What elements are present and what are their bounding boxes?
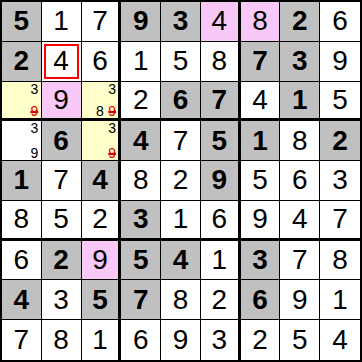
cell-value: 5 — [173, 47, 189, 75]
cell-value: 4 — [133, 127, 149, 155]
cell-r9c6[interactable]: 3 — [201, 320, 241, 360]
cell-value: 1 — [14, 166, 30, 194]
cell-value: 5 — [211, 127, 227, 155]
cell-r9c1[interactable]: 7 — [2, 320, 42, 360]
candidate-9-struck: 9 — [106, 146, 118, 160]
candidate-8: 8 — [94, 104, 106, 118]
cell-value: 8 — [332, 246, 348, 274]
cell-r7c5[interactable]: 4 — [161, 241, 201, 281]
cell-r4c9[interactable]: 2 — [320, 121, 360, 161]
cell-value: 8 — [211, 47, 227, 75]
cell-value: 5 — [332, 86, 348, 114]
cell-value: 2 — [252, 326, 268, 354]
candidate-3: 3 — [28, 121, 41, 135]
cell-value: 8 — [252, 7, 268, 35]
cell-value: 5 — [14, 7, 30, 35]
cell-value: 3 — [211, 326, 227, 354]
cell-value: 4 — [173, 246, 189, 274]
cell-value: 9 — [133, 7, 149, 35]
pencil-marks: 39 — [82, 121, 119, 160]
cell-r6c3[interactable]: 2 — [82, 201, 122, 241]
cell-value: 9 — [211, 166, 227, 194]
cell-r3c7[interactable]: 4 — [241, 82, 281, 122]
cell-r1c4[interactable]: 9 — [121, 2, 161, 42]
cell-value: 6 — [211, 205, 227, 233]
cell-r7c1[interactable]: 6 — [2, 241, 42, 281]
candidate-9: 9 — [28, 146, 41, 160]
cell-r2c8[interactable]: 3 — [280, 42, 320, 82]
cell-r1c7[interactable]: 8 — [241, 2, 281, 42]
cell-r8c1[interactable]: 4 — [2, 280, 42, 320]
cell-r7c3[interactable]: 9 — [82, 241, 122, 281]
cell-value: 7 — [92, 7, 108, 35]
cell-r2c9[interactable]: 9 — [320, 42, 360, 82]
cell-value: 1 — [133, 47, 149, 75]
cell-value: 3 — [53, 286, 69, 314]
cell-r6c6[interactable]: 6 — [201, 201, 241, 241]
cell-r6c4[interactable]: 3 — [121, 201, 161, 241]
cell-r5c7[interactable]: 5 — [241, 161, 281, 201]
cell-value: 8 — [173, 286, 189, 314]
cell-value: 6 — [133, 326, 149, 354]
cell-r5c5[interactable]: 2 — [161, 161, 201, 201]
pencil-marks: 39 — [2, 82, 41, 119]
cell-value: 9 — [252, 205, 268, 233]
sudoku-board: 5179348262461587393993892674153963947518… — [0, 0, 362, 362]
cell-r7c7[interactable]: 3 — [241, 241, 281, 281]
cell-value: 2 — [173, 166, 189, 194]
cell-value: 6 — [53, 127, 69, 155]
candidate-3: 3 — [28, 82, 41, 96]
cell-r1c1[interactable]: 5 — [2, 2, 42, 42]
cell-value: 4 — [53, 47, 69, 75]
cell-r9c9[interactable]: 4 — [320, 320, 360, 360]
cell-r9c4[interactable]: 6 — [121, 320, 161, 360]
cell-r8c2[interactable]: 3 — [42, 280, 82, 320]
cell-r9c3[interactable]: 1 — [82, 320, 122, 360]
cell-r5c6[interactable]: 9 — [201, 161, 241, 201]
cell-r2c5[interactable]: 5 — [161, 42, 201, 82]
cell-r3c5[interactable]: 6 — [161, 82, 201, 122]
cell-r1c3[interactable]: 7 — [82, 2, 122, 42]
cell-value: 4 — [211, 7, 227, 35]
cell-r9c5[interactable]: 9 — [161, 320, 201, 360]
cell-value: 4 — [332, 326, 348, 354]
cell-value: 4 — [252, 86, 268, 114]
cell-value: 2 — [14, 47, 30, 75]
candidate-9-struck: 9 — [28, 104, 41, 118]
cell-value: 8 — [133, 166, 149, 194]
cell-value: 9 — [173, 326, 189, 354]
cell-value: 6 — [292, 166, 308, 194]
cell-r6c2[interactable]: 5 — [42, 201, 82, 241]
cell-value: 1 — [252, 127, 268, 155]
cell-value: 1 — [53, 7, 69, 35]
cell-value: 9 — [292, 286, 308, 314]
cell-value: 7 — [332, 205, 348, 233]
cell-r5c3[interactable]: 4 — [82, 161, 122, 201]
cell-r6c7[interactable]: 9 — [241, 201, 281, 241]
cell-r8c9[interactable]: 1 — [320, 280, 360, 320]
cell-value: 3 — [292, 47, 308, 75]
cell-r7c9[interactable]: 8 — [320, 241, 360, 281]
cell-r4c4[interactable]: 4 — [121, 121, 161, 161]
cell-r8c7[interactable]: 6 — [241, 280, 281, 320]
cell-value: 5 — [133, 246, 149, 274]
cell-r4c6[interactable]: 5 — [201, 121, 241, 161]
cell-value: 6 — [92, 47, 108, 75]
cell-value: 4 — [92, 166, 108, 194]
cell-value: 5 — [292, 326, 308, 354]
cell-r6c1[interactable]: 8 — [2, 201, 42, 241]
cell-value: 3 — [133, 205, 149, 233]
cell-r7c2[interactable]: 2 — [42, 241, 82, 281]
cell-r2c3[interactable]: 6 — [82, 42, 122, 82]
cell-value: 7 — [173, 127, 189, 155]
cell-r7c4[interactable]: 5 — [121, 241, 161, 281]
cell-r6c9[interactable]: 7 — [320, 201, 360, 241]
cell-r4c8[interactable]: 8 — [280, 121, 320, 161]
cell-r4c2[interactable]: 6 — [42, 121, 82, 161]
cell-r4c7[interactable]: 1 — [241, 121, 281, 161]
cell-value: 4 — [14, 286, 30, 314]
candidate-3: 3 — [106, 121, 118, 135]
cell-value: 1 — [173, 205, 189, 233]
cell-r8c6[interactable]: 2 — [201, 280, 241, 320]
cell-value: 2 — [292, 7, 308, 35]
cell-value: 1 — [292, 86, 308, 114]
cell-value: 6 — [252, 286, 268, 314]
cell-value: 1 — [332, 286, 348, 314]
cell-value: 7 — [292, 246, 308, 274]
cell-value: 8 — [53, 326, 69, 354]
cell-value: 6 — [173, 86, 189, 114]
cell-value: 7 — [252, 47, 268, 75]
cell-value: 4 — [292, 205, 308, 233]
cell-value: 3 — [252, 246, 268, 274]
cell-r5c2[interactable]: 7 — [42, 161, 82, 201]
cell-r2c6[interactable]: 8 — [201, 42, 241, 82]
cell-r1c6[interactable]: 4 — [201, 2, 241, 42]
cell-r5c1[interactable]: 1 — [2, 161, 42, 201]
cell-r6c5[interactable]: 1 — [161, 201, 201, 241]
cell-value: 3 — [173, 7, 189, 35]
cell-value: 1 — [211, 246, 227, 274]
cell-value: 2 — [133, 86, 149, 114]
cell-r5c8[interactable]: 6 — [280, 161, 320, 201]
cell-value: 1 — [92, 326, 108, 354]
cell-value: 6 — [332, 7, 348, 35]
cell-value: 3 — [332, 166, 348, 194]
cell-r8c3[interactable]: 5 — [82, 280, 122, 320]
cell-r3c6[interactable]: 7 — [201, 82, 241, 122]
cell-value: 2 — [92, 205, 108, 233]
cell-r3c4[interactable]: 2 — [121, 82, 161, 122]
pencil-marks: 39 — [2, 121, 41, 160]
cell-value: 9 — [53, 86, 69, 114]
cell-r7c6[interactable]: 1 — [201, 241, 241, 281]
cell-value: 5 — [53, 205, 69, 233]
cell-r7c8[interactable]: 7 — [280, 241, 320, 281]
cell-r2c1[interactable]: 2 — [2, 42, 42, 82]
cell-r8c8[interactable]: 9 — [280, 280, 320, 320]
cell-r4c1[interactable]: 39 — [2, 121, 42, 161]
cell-r3c9[interactable]: 5 — [320, 82, 360, 122]
cell-value: 2 — [53, 246, 69, 274]
cell-r2c4[interactable]: 1 — [121, 42, 161, 82]
cell-r3c2[interactable]: 9 — [42, 82, 82, 122]
cell-value: 9 — [92, 246, 108, 274]
cell-value: 5 — [92, 286, 108, 314]
cell-r4c3[interactable]: 39 — [82, 121, 122, 161]
cell-r3c8[interactable]: 1 — [280, 82, 320, 122]
cell-r9c2[interactable]: 8 — [42, 320, 82, 360]
cell-r2c7[interactable]: 7 — [241, 42, 281, 82]
pencil-marks: 389 — [82, 82, 119, 119]
cell-value: 7 — [211, 86, 227, 114]
cell-r1c5[interactable]: 3 — [161, 2, 201, 42]
candidate-9-struck: 9 — [106, 104, 118, 118]
cell-r1c2[interactable]: 1 — [42, 2, 82, 42]
cell-r2c2[interactable]: 4 — [42, 42, 82, 82]
cell-value: 9 — [332, 47, 348, 75]
cell-r8c5[interactable]: 8 — [161, 280, 201, 320]
cell-value: 7 — [53, 166, 69, 194]
candidate-3: 3 — [106, 82, 118, 96]
cell-value: 2 — [332, 127, 348, 155]
cell-r3c3[interactable]: 389 — [82, 82, 122, 122]
cell-r1c8[interactable]: 2 — [280, 2, 320, 42]
cell-r6c8[interactable]: 4 — [280, 201, 320, 241]
cell-value: 8 — [14, 205, 30, 233]
cell-value: 2 — [211, 286, 227, 314]
cell-value: 6 — [14, 246, 30, 274]
cell-r4c5[interactable]: 7 — [161, 121, 201, 161]
cell-r1c9[interactable]: 6 — [320, 2, 360, 42]
cell-value: 7 — [133, 286, 149, 314]
cell-value: 7 — [14, 326, 30, 354]
cell-value: 8 — [292, 127, 308, 155]
cell-r8c4[interactable]: 7 — [121, 280, 161, 320]
cell-r5c9[interactable]: 3 — [320, 161, 360, 201]
cell-value: 5 — [252, 166, 268, 194]
cell-r3c1[interactable]: 39 — [2, 82, 42, 122]
cell-r9c8[interactable]: 5 — [280, 320, 320, 360]
cell-r9c7[interactable]: 2 — [241, 320, 281, 360]
cell-r5c4[interactable]: 8 — [121, 161, 161, 201]
